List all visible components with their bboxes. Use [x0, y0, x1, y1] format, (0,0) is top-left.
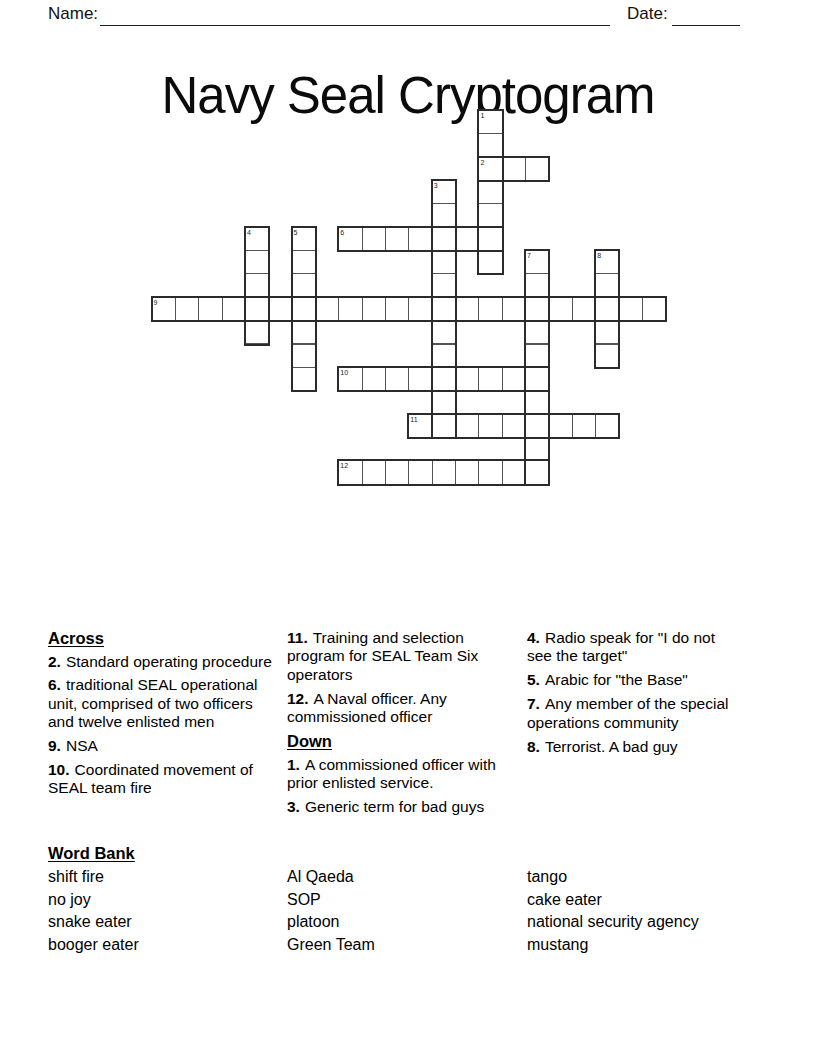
- clue-number: 6.: [48, 676, 61, 693]
- grid-cell[interactable]: [478, 157, 502, 181]
- grid-cell[interactable]: [642, 297, 666, 321]
- grid-cell[interactable]: [478, 180, 502, 204]
- clue-number: 7.: [527, 695, 540, 712]
- grid-cell[interactable]: [385, 297, 409, 321]
- clue-number: 3.: [287, 798, 300, 815]
- grid-cell[interactable]: [502, 460, 526, 484]
- grid-cell[interactable]: [595, 320, 619, 344]
- clue-text: Arabic for "the Base": [545, 671, 688, 688]
- grid-cell[interactable]: [432, 390, 456, 414]
- clue-text: Any member of the special operations com…: [527, 695, 728, 730]
- word-bank-item: SOP: [287, 889, 519, 912]
- grid-cell[interactable]: [292, 297, 316, 321]
- word-bank-item: no joy: [48, 889, 280, 912]
- grid-cell[interactable]: [338, 297, 362, 321]
- grid-cell[interactable]: [525, 297, 549, 321]
- clue-number: 4.: [527, 629, 540, 646]
- grid-cell[interactable]: [478, 367, 502, 391]
- word-bank-item: booger eater: [48, 934, 280, 957]
- grid-cell[interactable]: [292, 367, 316, 391]
- clue-across-10: 10.Coordinated movement of SEAL team fir…: [48, 761, 274, 798]
- grid-cell[interactable]: [525, 250, 549, 274]
- grid-cell[interactable]: [222, 297, 246, 321]
- grid-cell[interactable]: [245, 250, 269, 274]
- word-bank-item: platoon: [287, 911, 519, 934]
- grid-cell[interactable]: [525, 390, 549, 414]
- grid-cell[interactable]: [338, 227, 362, 251]
- grid-cell[interactable]: [455, 414, 479, 438]
- clue-down-7: 7.Any member of the special operations c…: [527, 695, 739, 732]
- clue-number: 8.: [527, 738, 540, 755]
- grid-cell[interactable]: [408, 227, 432, 251]
- grid-cell[interactable]: [408, 414, 432, 438]
- clue-down-5: 5.Arabic for "the Base": [527, 671, 739, 689]
- grid-cell[interactable]: [478, 133, 502, 157]
- clue-down-3: 3.Generic term for bad guys: [287, 798, 520, 816]
- clue-number: 12.: [287, 690, 309, 707]
- grid-cell[interactable]: [502, 414, 526, 438]
- grid-cell[interactable]: [572, 297, 596, 321]
- crossword-grid[interactable]: 269101112134578: [152, 110, 667, 485]
- clues-column-1: Across 2.Standard operating procedure 6.…: [48, 629, 274, 803]
- grid-cell[interactable]: [338, 367, 362, 391]
- clue-number: 11.: [287, 629, 308, 646]
- grid-cell[interactable]: [478, 250, 502, 274]
- grid-cell[interactable]: [385, 367, 409, 391]
- date-label: Date:: [627, 4, 668, 24]
- grid-cell[interactable]: [478, 297, 502, 321]
- clue-number: 9.: [48, 737, 61, 754]
- grid-cell[interactable]: [548, 297, 572, 321]
- grid-cell[interactable]: [245, 227, 269, 251]
- grid-cell[interactable]: [315, 297, 339, 321]
- clue-across-2: 2.Standard operating procedure: [48, 653, 274, 671]
- grid-cell[interactable]: [595, 273, 619, 297]
- grid-cell[interactable]: [478, 203, 502, 227]
- grid-cell[interactable]: [525, 460, 549, 484]
- grid-cell[interactable]: [478, 460, 502, 484]
- grid-cell[interactable]: [385, 460, 409, 484]
- grid-cell[interactable]: [362, 367, 386, 391]
- date-blank-line[interactable]: [672, 5, 740, 26]
- grid-cell[interactable]: [502, 297, 526, 321]
- grid-cell[interactable]: [292, 273, 316, 297]
- grid-cell[interactable]: [432, 273, 456, 297]
- grid-cell[interactable]: [595, 250, 619, 274]
- clue-number: 5.: [527, 671, 540, 688]
- word-bank-heading: Word Bank: [48, 844, 135, 863]
- word-bank-item: Al Qaeda: [287, 866, 519, 889]
- grid-cell[interactable]: [525, 367, 549, 391]
- clue-across-12: 12.A Naval officer. Any commissioned off…: [287, 690, 520, 727]
- clue-text: Generic term for bad guys: [305, 798, 484, 815]
- grid-cell[interactable]: [478, 110, 502, 134]
- grid-cell[interactable]: [619, 297, 643, 321]
- word-bank-item: mustang: [527, 934, 759, 957]
- grid-cell[interactable]: [432, 320, 456, 344]
- word-bank-column-1: shift fireno joysnake eaterbooger eater: [48, 866, 280, 957]
- clue-across-11: 11.Training and selection program for SE…: [287, 629, 520, 684]
- grid-cell[interactable]: [502, 367, 526, 391]
- grid-cell[interactable]: [478, 414, 502, 438]
- grid-cell[interactable]: [362, 297, 386, 321]
- grid-cell[interactable]: [525, 320, 549, 344]
- grid-cell[interactable]: [408, 297, 432, 321]
- grid-cell[interactable]: [432, 414, 456, 438]
- grid-cell[interactable]: [525, 273, 549, 297]
- grid-cell[interactable]: [455, 297, 479, 321]
- grid-cell[interactable]: [525, 437, 549, 461]
- clue-text: Radio speak for "I do not see the target…: [527, 629, 715, 664]
- grid-cell[interactable]: [595, 344, 619, 368]
- clue-text: Terrorist. A bad guy: [545, 738, 678, 755]
- grid-cell[interactable]: [455, 367, 479, 391]
- grid-cell[interactable]: [338, 460, 362, 484]
- clue-text: Training and selection program for SEAL …: [287, 629, 478, 683]
- clue-number: 1.: [287, 756, 300, 773]
- grid-cell[interactable]: [432, 297, 456, 321]
- clues-column-2: 11.Training and selection program for SE…: [287, 629, 520, 822]
- grid-cell[interactable]: [362, 460, 386, 484]
- grid-cell[interactable]: [362, 227, 386, 251]
- grid-cell[interactable]: [245, 273, 269, 297]
- grid-cell[interactable]: [502, 157, 526, 181]
- grid-cell[interactable]: [152, 297, 176, 321]
- word-bank-column-2: Al QaedaSOPplatoonGreen Team: [287, 866, 519, 957]
- grid-cell[interactable]: [292, 320, 316, 344]
- word-bank-item: Green Team: [287, 934, 519, 957]
- name-blank-line[interactable]: [100, 5, 610, 26]
- grid-cell[interactable]: [245, 297, 269, 321]
- grid-cell[interactable]: [408, 367, 432, 391]
- grid-cell[interactable]: [572, 414, 596, 438]
- clue-across-6: 6.traditional SEAL operational unit, com…: [48, 676, 274, 731]
- grid-cell[interactable]: [175, 297, 199, 321]
- grid-cell[interactable]: [525, 157, 549, 181]
- grid-cell[interactable]: [408, 460, 432, 484]
- grid-cell[interactable]: [385, 227, 409, 251]
- grid-cell[interactable]: [455, 460, 479, 484]
- clue-text: A commissioned officer with prior enlist…: [287, 756, 496, 791]
- clue-text: A Naval officer. Any commissioned office…: [287, 690, 447, 725]
- grid-cell[interactable]: [198, 297, 222, 321]
- grid-cell[interactable]: [292, 227, 316, 251]
- word-bank-item: tango: [527, 866, 759, 889]
- grid-cell[interactable]: [292, 344, 316, 368]
- grid-cell[interactable]: [455, 227, 479, 251]
- word-bank-item: cake eater: [527, 889, 759, 912]
- word-bank-item: snake eater: [48, 911, 280, 934]
- grid-cell[interactable]: [525, 414, 549, 438]
- grid-cell[interactable]: [525, 344, 549, 368]
- grid-cell[interactable]: [432, 460, 456, 484]
- grid-cell[interactable]: [595, 414, 619, 438]
- clue-number: 10.: [48, 761, 70, 778]
- word-bank-item: national security agency: [527, 911, 759, 934]
- clues-column-3: 4.Radio speak for "I do not see the targ…: [527, 629, 739, 761]
- grid-cell[interactable]: [432, 344, 456, 368]
- clue-across-9: 9.NSA: [48, 737, 274, 755]
- clue-text: Coordinated movement of SEAL team fire: [48, 761, 253, 796]
- clue-down-1: 1.A commissioned officer with prior enli…: [287, 756, 520, 793]
- clue-down-8: 8.Terrorist. A bad guy: [527, 738, 739, 756]
- clue-number: 2.: [48, 653, 61, 670]
- grid-cell[interactable]: [292, 250, 316, 274]
- grid-cell[interactable]: [245, 320, 269, 344]
- word-bank-column-3: tangocake eaternational security agencym…: [527, 866, 759, 957]
- grid-cell[interactable]: [548, 414, 572, 438]
- word-bank-item: shift fire: [48, 866, 280, 889]
- grid-cell[interactable]: [432, 250, 456, 274]
- grid-cell[interactable]: [432, 203, 456, 227]
- clue-text: Standard operating procedure: [66, 653, 272, 670]
- grid-cell[interactable]: [268, 297, 292, 321]
- grid-cell[interactable]: [432, 227, 456, 251]
- down-heading: Down: [287, 732, 520, 751]
- grid-cell[interactable]: [595, 297, 619, 321]
- across-heading: Across: [48, 629, 274, 648]
- grid-cell[interactable]: [432, 180, 456, 204]
- clue-text: traditional SEAL operational unit, compr…: [48, 676, 258, 730]
- grid-cell[interactable]: [432, 367, 456, 391]
- clue-down-4: 4.Radio speak for "I do not see the targ…: [527, 629, 739, 666]
- grid-cell[interactable]: [478, 227, 502, 251]
- name-label: Name:: [48, 4, 98, 24]
- clue-text: NSA: [66, 737, 98, 754]
